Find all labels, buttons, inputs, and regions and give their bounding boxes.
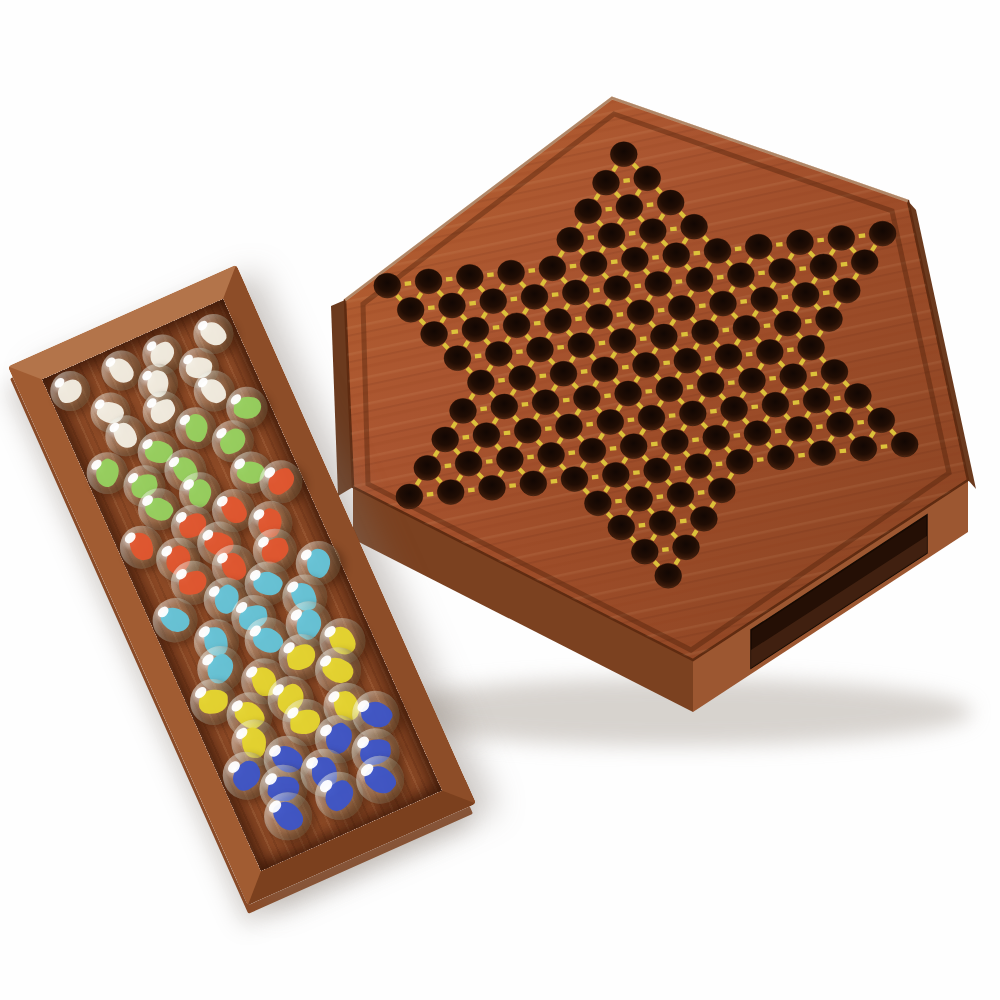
board-hole <box>733 315 760 340</box>
board-hole <box>620 434 647 459</box>
board-hole <box>745 234 772 259</box>
board-hole <box>485 341 512 366</box>
marble-swirl <box>198 690 227 714</box>
board-hole <box>450 399 477 424</box>
board-hole <box>521 284 548 309</box>
board-hole <box>651 324 678 349</box>
board-hole <box>479 475 506 500</box>
marble-swirl <box>54 377 86 406</box>
board-hole <box>520 471 547 496</box>
board-hole <box>708 478 735 503</box>
board-hole <box>850 436 877 461</box>
board-hole <box>809 441 836 466</box>
board-hole <box>787 230 814 255</box>
board-hole <box>616 195 643 220</box>
board-hole <box>803 388 830 413</box>
board-hole <box>769 258 796 283</box>
board-hole <box>833 278 860 303</box>
board-hole <box>456 265 483 290</box>
board-hole <box>744 421 771 446</box>
board-hole <box>503 313 530 338</box>
board-hole <box>539 256 566 281</box>
board-hole <box>585 491 612 516</box>
marble-white <box>43 365 96 418</box>
marble-swirl <box>197 374 229 408</box>
marble-swirl <box>269 796 307 836</box>
board-hole <box>415 269 442 294</box>
board-hole <box>580 252 607 277</box>
board-hole <box>657 190 684 215</box>
board-hole <box>538 443 565 468</box>
board-hole <box>634 166 661 191</box>
board-hole <box>715 344 742 369</box>
board-hole <box>439 293 466 318</box>
marble-swirl <box>197 318 230 351</box>
board-hole <box>414 456 441 481</box>
board-hole <box>756 340 783 365</box>
board-hole <box>751 287 778 312</box>
marble-swirl <box>146 396 179 427</box>
board-hole <box>591 357 618 382</box>
board-hole <box>610 142 637 167</box>
board-hole <box>598 223 625 248</box>
board-hole <box>655 563 682 588</box>
board-hole <box>674 348 701 373</box>
marble-swirl <box>284 642 318 672</box>
marble-swirl <box>92 456 123 489</box>
board-hole <box>827 412 854 437</box>
board-hole <box>545 309 572 334</box>
board-hole <box>480 289 507 314</box>
board-hole <box>774 311 801 336</box>
board-hole <box>491 394 518 419</box>
board-hole <box>821 359 848 384</box>
marble-swirl <box>360 760 400 799</box>
board-hole <box>374 273 401 298</box>
board-hole <box>396 484 423 509</box>
board-hole <box>437 480 464 505</box>
board-hole <box>662 430 689 455</box>
board-hole <box>509 366 536 391</box>
board-hole <box>851 250 878 275</box>
board-hole <box>692 320 719 345</box>
board-hole <box>532 390 559 415</box>
board-hole <box>602 462 629 487</box>
board-hole <box>562 280 589 305</box>
board-hole <box>468 370 495 395</box>
board-hole <box>691 506 718 531</box>
board-hole <box>739 368 766 393</box>
board-hole <box>550 361 577 386</box>
board-hole <box>721 397 748 422</box>
board-hole <box>673 535 700 560</box>
board-hole <box>432 427 459 452</box>
board-hole <box>627 300 654 325</box>
board-hole <box>568 333 595 358</box>
board-hole <box>631 539 658 564</box>
board-hole <box>644 458 671 483</box>
board-hole <box>556 414 583 439</box>
board-hole <box>593 170 620 195</box>
board-hole <box>444 346 471 371</box>
product-photo-scene <box>0 0 1000 1000</box>
board-hole <box>633 353 660 378</box>
marble-swirl <box>182 413 209 444</box>
board-hole <box>810 254 837 279</box>
marble-swirl <box>319 776 359 816</box>
board-hole <box>473 423 500 448</box>
board-hole <box>681 214 708 239</box>
board-hole <box>785 417 812 442</box>
board-hole <box>455 451 482 476</box>
board-hole <box>816 307 843 332</box>
board-hole <box>638 405 665 430</box>
marble-swirl <box>105 354 136 387</box>
board-hole <box>586 304 613 329</box>
board-hole <box>462 317 489 342</box>
board-hole <box>697 372 724 397</box>
board-hole <box>703 425 730 450</box>
board-hole <box>679 401 706 426</box>
board-hole <box>527 337 554 362</box>
board-hole <box>575 199 602 224</box>
board-hole <box>597 410 624 435</box>
board-hole <box>639 219 666 244</box>
board-hole <box>561 467 588 492</box>
board-hole <box>668 296 695 321</box>
board-hole <box>609 328 636 353</box>
board-hole <box>845 384 872 409</box>
board-hole <box>869 221 896 246</box>
board-hole <box>792 283 819 308</box>
marble-swirl <box>157 602 194 638</box>
board-hole <box>579 438 606 463</box>
board-hole <box>768 445 795 470</box>
board-hole <box>762 392 789 417</box>
board-hole <box>667 482 694 507</box>
board-hole <box>656 377 683 402</box>
marble-swirl <box>111 420 140 452</box>
board-hole <box>645 271 672 296</box>
board-hole <box>685 454 712 479</box>
board-hole <box>726 449 753 474</box>
board-hole <box>557 227 584 252</box>
board-hole <box>828 226 855 251</box>
board-hole <box>663 243 690 268</box>
board-hole <box>622 247 649 272</box>
board-hole <box>497 447 524 472</box>
board-hole <box>574 386 601 411</box>
board-hole <box>608 515 635 540</box>
board-hole <box>626 487 653 512</box>
board-hole <box>891 432 918 457</box>
board-hole <box>780 364 807 389</box>
board-hole <box>514 418 541 443</box>
marble-swirl <box>233 396 262 420</box>
board-hole <box>421 322 448 347</box>
board-hole <box>604 276 631 301</box>
board-hole <box>710 291 737 316</box>
marble-swirl <box>127 531 155 563</box>
board-hole <box>868 408 895 433</box>
board-hole <box>615 381 642 406</box>
board-hole <box>498 260 525 285</box>
board-hole <box>798 335 825 360</box>
marble-swirl <box>263 464 298 498</box>
board-hole <box>649 511 676 536</box>
board-hole <box>686 267 713 292</box>
board-hole <box>397 297 424 322</box>
board-hole <box>728 263 755 288</box>
board-hole <box>704 239 731 264</box>
